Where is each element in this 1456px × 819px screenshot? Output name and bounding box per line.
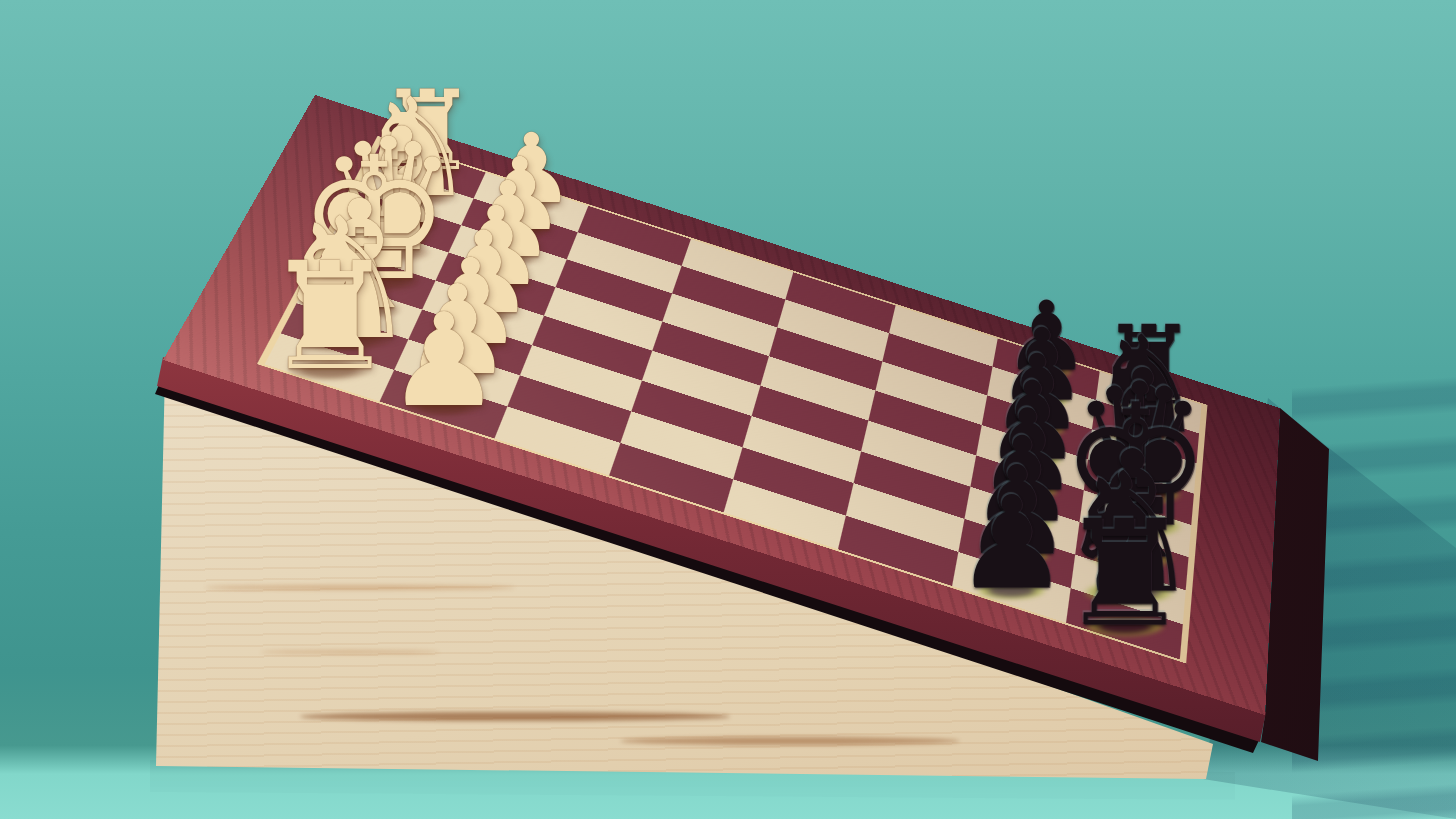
scene: ♜♞♟♝♟♛♟♚♟♝♟♞♟♜♟♟♟♜♟♟♞♟♝♟♛♟♚♟♝♟♞♜	[0, 0, 1456, 819]
wood-grain-streak	[620, 737, 960, 745]
wood-grain-streak	[205, 585, 515, 590]
wood-grain-streak	[300, 712, 730, 721]
wood-grain-streak	[260, 650, 440, 654]
